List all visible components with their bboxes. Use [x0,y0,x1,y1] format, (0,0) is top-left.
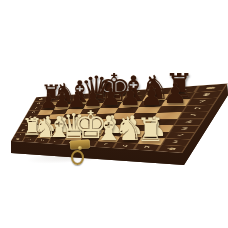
brass-clasp-ring [71,150,84,165]
chess-set-photo: aabbccddeeffgghh8877665544332211✽✽✽✽ ♜♞♝… [0,0,228,228]
brass-clasp-knob [78,146,82,150]
piece-black-pawn[interactable]: ♟ [119,84,141,109]
piece-white-rook[interactable]: ♜ [136,114,165,146]
piece-black-pawn[interactable]: ♟ [140,82,163,108]
piece-black-pawn[interactable]: ♟ [163,80,188,108]
piece-black-pawn[interactable]: ♟ [39,91,57,111]
